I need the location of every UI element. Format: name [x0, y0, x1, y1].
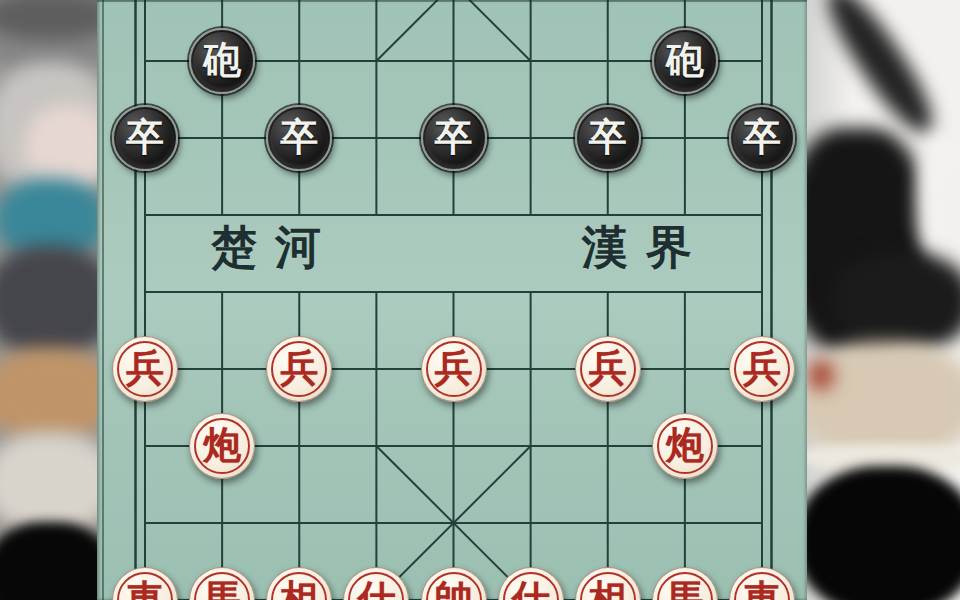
piece-black-soldier[interactable]: 卒 [421, 105, 487, 171]
piece-glyph: 炮 [666, 426, 704, 464]
bg-blob [807, 466, 960, 600]
piece-glyph: 車 [743, 580, 781, 600]
piece-red-elephant[interactable]: 相 [266, 567, 332, 600]
piece-glyph: 卒 [589, 118, 627, 156]
bg-blob [0, 522, 97, 600]
bg-blob [832, 252, 960, 352]
piece-red-soldier[interactable]: 兵 [729, 336, 795, 402]
piece-red-horse[interactable]: 馬 [189, 567, 255, 600]
piece-red-cannon[interactable]: 炮 [652, 413, 718, 479]
piece-black-cannon[interactable]: 砲 [652, 28, 718, 94]
bg-blob [0, 245, 97, 357]
piece-red-cannon[interactable]: 炮 [189, 413, 255, 479]
piece-glyph: 砲 [203, 41, 241, 79]
piece-black-soldier[interactable]: 卒 [112, 105, 178, 171]
xiangqi-app: 楚河 漢界 車馬象士將士象馬車砲砲卒卒卒卒卒兵兵兵兵兵炮炮車馬相仕帥仕相馬車 [0, 0, 960, 600]
background-right [807, 0, 960, 600]
piece-black-cannon[interactable]: 砲 [189, 28, 255, 94]
piece-glyph: 相 [280, 580, 318, 600]
piece-glyph: 相 [589, 580, 627, 600]
piece-red-soldier[interactable]: 兵 [266, 336, 332, 402]
piece-glyph: 仕 [357, 580, 395, 600]
piece-red-elephant[interactable]: 相 [575, 567, 641, 600]
piece-black-soldier[interactable]: 卒 [266, 105, 332, 171]
piece-red-advisor[interactable]: 仕 [343, 567, 409, 600]
piece-glyph: 馬 [203, 580, 241, 600]
piece-glyph: 帥 [435, 580, 473, 600]
piece-glyph: 兵 [743, 349, 781, 387]
piece-black-soldier[interactable]: 卒 [575, 105, 641, 171]
piece-glyph: 兵 [280, 349, 318, 387]
piece-red-general[interactable]: 帥 [421, 567, 487, 600]
bg-blob [807, 342, 960, 460]
bg-blob [0, 348, 97, 440]
piece-glyph: 馬 [666, 580, 704, 600]
piece-glyph: 卒 [280, 118, 318, 156]
xiangqi-board[interactable]: 楚河 漢界 車馬象士將士象馬車砲砲卒卒卒卒卒兵兵兵兵兵炮炮車馬相仕帥仕相馬車 [97, 0, 807, 600]
piece-red-chariot[interactable]: 車 [729, 567, 795, 600]
piece-glyph: 車 [126, 580, 164, 600]
piece-glyph: 仕 [512, 580, 550, 600]
piece-glyph: 卒 [126, 118, 164, 156]
piece-red-horse[interactable]: 馬 [652, 567, 718, 600]
piece-glyph: 砲 [666, 41, 704, 79]
background-left [0, 0, 97, 600]
piece-glyph: 炮 [203, 426, 241, 464]
piece-glyph: 卒 [743, 118, 781, 156]
piece-glyph: 卒 [435, 118, 473, 156]
piece-red-soldier[interactable]: 兵 [575, 336, 641, 402]
piece-red-chariot[interactable]: 車 [112, 567, 178, 600]
bg-blob [0, 0, 97, 40]
piece-glyph: 兵 [126, 349, 164, 387]
pieces-layer: 車馬象士將士象馬車砲砲卒卒卒卒卒兵兵兵兵兵炮炮車馬相仕帥仕相馬車 [97, 0, 807, 600]
bg-ink-stroke [815, 0, 945, 142]
piece-glyph: 兵 [589, 349, 627, 387]
piece-glyph: 兵 [435, 349, 473, 387]
piece-black-soldier[interactable]: 卒 [729, 105, 795, 171]
piece-red-advisor[interactable]: 仕 [498, 567, 564, 600]
piece-red-soldier[interactable]: 兵 [421, 336, 487, 402]
bg-blob [0, 432, 97, 532]
piece-red-soldier[interactable]: 兵 [112, 336, 178, 402]
bg-blob [809, 360, 833, 390]
